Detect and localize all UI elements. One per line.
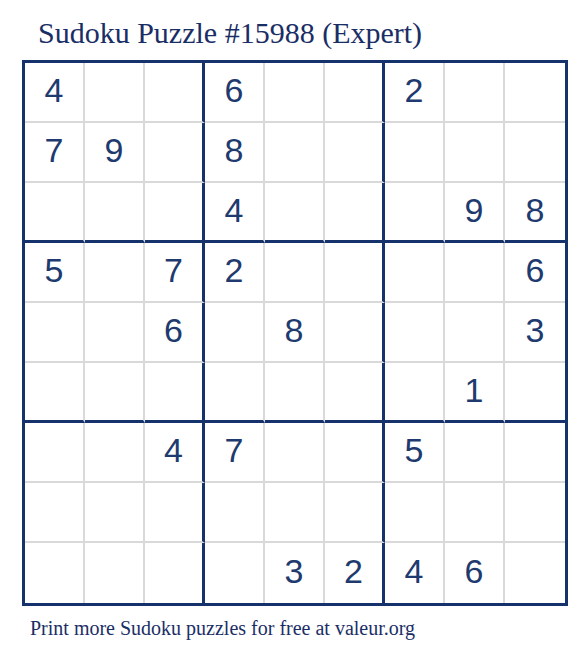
cell-r7c7: 5 (385, 423, 445, 483)
cell-r6c9 (505, 363, 565, 423)
cell-r8c7 (385, 483, 445, 543)
cell-r6c5 (265, 363, 325, 423)
cell-r4c8 (445, 243, 505, 303)
cell-r9c9 (505, 543, 565, 603)
cell-r8c4 (205, 483, 265, 543)
cell-r9c8: 6 (445, 543, 505, 603)
cell-r1c8 (445, 63, 505, 123)
cell-r5c1 (25, 303, 85, 363)
cell-r5c7 (385, 303, 445, 363)
cell-r1c2 (85, 63, 145, 123)
cell-r3c1 (25, 183, 85, 243)
page-title: Sudoku Puzzle #15988 (Expert) (38, 16, 422, 50)
cell-r4c7 (385, 243, 445, 303)
cell-r6c2 (85, 363, 145, 423)
cell-r9c2 (85, 543, 145, 603)
cell-r2c2: 9 (85, 123, 145, 183)
cell-r4c4: 2 (205, 243, 265, 303)
cell-r2c6 (325, 123, 385, 183)
cell-r9c4 (205, 543, 265, 603)
cell-r3c4: 4 (205, 183, 265, 243)
cell-r8c1 (25, 483, 85, 543)
cell-r3c8: 9 (445, 183, 505, 243)
cell-r7c8 (445, 423, 505, 483)
cell-r8c9 (505, 483, 565, 543)
cell-r7c3: 4 (145, 423, 205, 483)
cell-r3c9: 8 (505, 183, 565, 243)
cell-r2c5 (265, 123, 325, 183)
cell-r9c3 (145, 543, 205, 603)
cell-r2c1: 7 (25, 123, 85, 183)
cell-r6c6 (325, 363, 385, 423)
cell-r6c1 (25, 363, 85, 423)
footer-text: Print more Sudoku puzzles for free at va… (30, 617, 415, 640)
cell-r5c5: 8 (265, 303, 325, 363)
cell-r2c3 (145, 123, 205, 183)
cell-r9c5: 3 (265, 543, 325, 603)
cell-r8c3 (145, 483, 205, 543)
cell-r8c8 (445, 483, 505, 543)
cell-r2c4: 8 (205, 123, 265, 183)
cell-r4c2 (85, 243, 145, 303)
sudoku-page: Sudoku Puzzle #15988 (Expert) 4627984985… (0, 0, 580, 651)
cell-r8c2 (85, 483, 145, 543)
cell-r4c1: 5 (25, 243, 85, 303)
cell-r3c6 (325, 183, 385, 243)
cell-r2c8 (445, 123, 505, 183)
cell-r7c1 (25, 423, 85, 483)
cell-r5c8 (445, 303, 505, 363)
cell-r6c4 (205, 363, 265, 423)
cell-r1c6 (325, 63, 385, 123)
cell-r1c3 (145, 63, 205, 123)
cell-r5c3: 6 (145, 303, 205, 363)
cell-r4c6 (325, 243, 385, 303)
cell-r1c1: 4 (25, 63, 85, 123)
cell-r3c2 (85, 183, 145, 243)
cell-r3c5 (265, 183, 325, 243)
cell-r3c3 (145, 183, 205, 243)
cell-r3c7 (385, 183, 445, 243)
cell-r6c3 (145, 363, 205, 423)
cell-r6c8: 1 (445, 363, 505, 423)
cell-r5c4 (205, 303, 265, 363)
sudoku-board: 462798498572668314753246 (22, 60, 568, 606)
cell-r1c7: 2 (385, 63, 445, 123)
cell-r5c9: 3 (505, 303, 565, 363)
cell-r8c6 (325, 483, 385, 543)
cell-r7c2 (85, 423, 145, 483)
cell-r2c7 (385, 123, 445, 183)
cell-r6c7 (385, 363, 445, 423)
cell-r7c4: 7 (205, 423, 265, 483)
cell-r1c4: 6 (205, 63, 265, 123)
cell-r4c9: 6 (505, 243, 565, 303)
cell-r7c5 (265, 423, 325, 483)
cell-r9c7: 4 (385, 543, 445, 603)
cell-r9c1 (25, 543, 85, 603)
cell-r2c9 (505, 123, 565, 183)
cell-r1c5 (265, 63, 325, 123)
cell-r8c5 (265, 483, 325, 543)
cell-r1c9 (505, 63, 565, 123)
cell-r7c9 (505, 423, 565, 483)
cell-r7c6 (325, 423, 385, 483)
cell-r9c6: 2 (325, 543, 385, 603)
cell-r4c5 (265, 243, 325, 303)
cell-r5c6 (325, 303, 385, 363)
cell-r4c3: 7 (145, 243, 205, 303)
cell-r5c2 (85, 303, 145, 363)
